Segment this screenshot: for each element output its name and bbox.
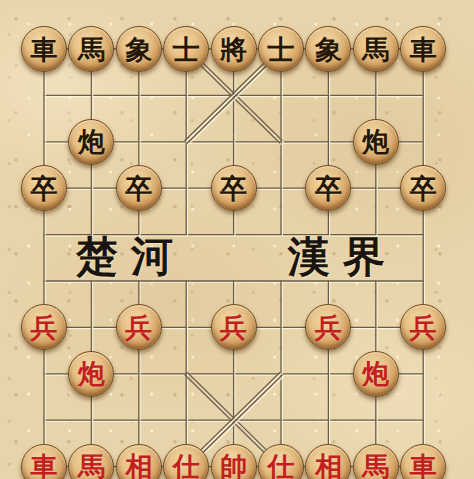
- piece-layer: 車馬象士將士象馬車炮炮卒卒卒卒卒兵兵兵兵兵炮炮車馬相仕帥仕相馬車: [0, 0, 474, 479]
- piece-black-卒[interactable]: 卒: [305, 165, 351, 211]
- piece-black-卒[interactable]: 卒: [211, 165, 257, 211]
- piece-black-將[interactable]: 將: [211, 26, 257, 72]
- piece-red-帥[interactable]: 帥: [211, 444, 257, 479]
- piece-black-士[interactable]: 士: [258, 26, 304, 72]
- piece-black-卒[interactable]: 卒: [400, 165, 446, 211]
- piece-black-卒[interactable]: 卒: [116, 165, 162, 211]
- piece-red-兵[interactable]: 兵: [305, 304, 351, 350]
- piece-red-仕[interactable]: 仕: [163, 444, 209, 479]
- piece-red-炮[interactable]: 炮: [353, 351, 399, 397]
- piece-black-象[interactable]: 象: [305, 26, 351, 72]
- piece-red-兵[interactable]: 兵: [116, 304, 162, 350]
- piece-black-馬[interactable]: 馬: [353, 26, 399, 72]
- piece-red-相[interactable]: 相: [116, 444, 162, 479]
- piece-red-車[interactable]: 車: [21, 444, 67, 479]
- piece-black-車[interactable]: 車: [21, 26, 67, 72]
- xiangqi-board[interactable]: 楚河 漢界 車馬象士將士象馬車炮炮卒卒卒卒卒兵兵兵兵兵炮炮車馬相仕帥仕相馬車: [0, 0, 474, 479]
- piece-red-相[interactable]: 相: [305, 444, 351, 479]
- piece-red-兵[interactable]: 兵: [211, 304, 257, 350]
- piece-black-炮[interactable]: 炮: [353, 119, 399, 165]
- piece-red-炮[interactable]: 炮: [68, 351, 114, 397]
- piece-red-馬[interactable]: 馬: [68, 444, 114, 479]
- piece-red-仕[interactable]: 仕: [258, 444, 304, 479]
- piece-black-卒[interactable]: 卒: [21, 165, 67, 211]
- piece-black-車[interactable]: 車: [400, 26, 446, 72]
- piece-red-馬[interactable]: 馬: [353, 444, 399, 479]
- piece-black-炮[interactable]: 炮: [68, 119, 114, 165]
- piece-red-兵[interactable]: 兵: [400, 304, 446, 350]
- piece-black-馬[interactable]: 馬: [68, 26, 114, 72]
- piece-red-車[interactable]: 車: [400, 444, 446, 479]
- piece-black-象[interactable]: 象: [116, 26, 162, 72]
- piece-red-兵[interactable]: 兵: [21, 304, 67, 350]
- piece-black-士[interactable]: 士: [163, 26, 209, 72]
